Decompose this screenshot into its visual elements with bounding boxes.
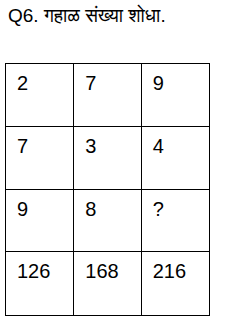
grid-cell-r3c0: 126 xyxy=(6,252,74,315)
grid-cell-r3c1: 168 xyxy=(74,252,141,315)
grid-cell-r3c2: 216 xyxy=(142,252,209,315)
question-title: Q6. गहाळ संख्या शोधा. xyxy=(8,3,234,29)
puzzle-grid: 2 7 9 7 3 4 9 8 ? 126 168 216 xyxy=(5,63,210,316)
grid-cell-r2c0: 9 xyxy=(6,190,74,253)
grid-cell-r1c1: 3 xyxy=(74,127,141,190)
grid-cell-r0c0: 2 xyxy=(6,64,74,127)
grid-cell-r1c2: 4 xyxy=(142,127,209,190)
grid-cell-r0c1: 7 xyxy=(74,64,141,127)
grid-cell-r0c2: 9 xyxy=(142,64,209,127)
grid-cell-r2c2-missing: ? xyxy=(142,190,209,253)
grid-cell-r2c1: 8 xyxy=(74,190,141,253)
grid-cell-r1c0: 7 xyxy=(6,127,74,190)
